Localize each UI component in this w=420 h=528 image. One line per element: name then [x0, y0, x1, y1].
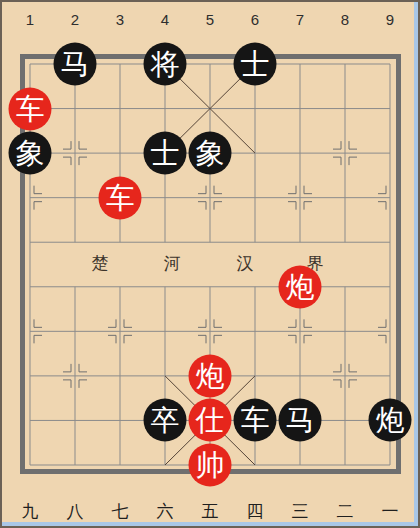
file-label-bottom: 六: [157, 500, 174, 523]
point-marker: [79, 364, 87, 372]
point-marker: [108, 335, 116, 343]
point-marker: [349, 380, 357, 388]
point-marker: [288, 202, 296, 210]
river-label: 汉: [237, 252, 254, 275]
file-label-top: 6: [251, 11, 259, 28]
piece-red-chariot[interactable]: 车: [99, 176, 142, 219]
river-label: 河: [164, 252, 181, 275]
file-label-bottom: 七: [112, 500, 129, 523]
piece-red-cannon[interactable]: 炮: [279, 265, 322, 308]
piece-black-advisor[interactable]: 士: [144, 132, 187, 175]
point-marker: [378, 319, 386, 327]
point-marker: [304, 202, 312, 210]
point-marker: [349, 157, 357, 165]
piece-red-cannon[interactable]: 炮: [189, 354, 232, 397]
piece-black-general[interactable]: 将: [144, 43, 187, 86]
file-label-top: 8: [341, 11, 349, 28]
point-marker: [63, 364, 71, 372]
point-marker: [288, 335, 296, 343]
point-marker: [63, 141, 71, 149]
point-marker: [214, 319, 222, 327]
point-marker: [34, 186, 42, 194]
piece-black-pawn[interactable]: 卒: [144, 399, 187, 442]
piece-black-advisor[interactable]: 士: [234, 43, 277, 86]
piece-black-elephant[interactable]: 象: [9, 132, 52, 175]
point-marker: [214, 186, 222, 194]
file-label-bottom: 三: [292, 500, 309, 523]
point-marker: [198, 319, 206, 327]
file-label-bottom: 五: [202, 500, 219, 523]
point-marker: [79, 157, 87, 165]
point-marker: [63, 380, 71, 388]
piece-black-cannon[interactable]: 炮: [369, 399, 412, 442]
point-marker: [304, 186, 312, 194]
xiangqi-board-window: 123456789九八七六五四三二一楚河汉界 马将士车象士象车炮炮卒仕车马炮帅: [0, 0, 420, 528]
point-marker: [378, 335, 386, 343]
point-marker: [198, 186, 206, 194]
point-marker: [108, 319, 116, 327]
point-marker: [378, 202, 386, 210]
file-label-top: 1: [26, 11, 34, 28]
point-marker: [378, 186, 386, 194]
piece-black-horse[interactable]: 马: [279, 399, 322, 442]
point-marker: [349, 364, 357, 372]
point-marker: [333, 364, 341, 372]
point-marker: [333, 380, 341, 388]
piece-red-chariot[interactable]: 车: [9, 87, 52, 130]
file-label-bottom: 一: [382, 500, 399, 523]
file-label-bottom: 四: [247, 500, 264, 523]
point-marker: [198, 335, 206, 343]
file-label-top: 7: [296, 11, 304, 28]
point-marker: [304, 335, 312, 343]
point-marker: [79, 380, 87, 388]
file-label-top: 2: [71, 11, 79, 28]
file-label-bottom: 二: [337, 500, 354, 523]
point-marker: [34, 319, 42, 327]
river-label: 楚: [92, 252, 109, 275]
piece-black-elephant[interactable]: 象: [189, 132, 232, 175]
point-marker: [63, 157, 71, 165]
point-marker: [214, 335, 222, 343]
file-label-top: 4: [161, 11, 169, 28]
point-marker: [349, 141, 357, 149]
point-marker: [288, 186, 296, 194]
point-marker: [288, 319, 296, 327]
point-marker: [214, 202, 222, 210]
file-label-bottom: 九: [22, 500, 39, 523]
point-marker: [333, 157, 341, 165]
piece-black-chariot[interactable]: 车: [234, 399, 277, 442]
piece-red-general[interactable]: 帅: [189, 444, 232, 487]
point-marker: [124, 335, 132, 343]
file-label-bottom: 八: [67, 500, 84, 523]
point-marker: [198, 202, 206, 210]
point-marker: [124, 319, 132, 327]
point-marker: [34, 335, 42, 343]
piece-red-advisor[interactable]: 仕: [189, 399, 232, 442]
point-marker: [333, 141, 341, 149]
file-label-top: 5: [206, 11, 214, 28]
piece-black-horse[interactable]: 马: [54, 43, 97, 86]
point-marker: [79, 141, 87, 149]
file-label-top: 3: [116, 11, 124, 28]
point-marker: [304, 319, 312, 327]
point-marker: [34, 202, 42, 210]
file-label-top: 9: [386, 11, 394, 28]
